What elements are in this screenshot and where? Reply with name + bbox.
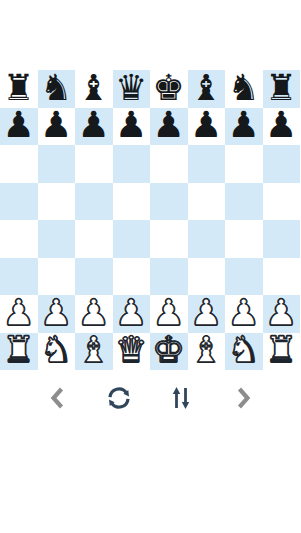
square-f6[interactable]: [188, 145, 226, 183]
piece-white-pawn[interactable]: ♟: [78, 295, 110, 331]
piece-white-knight[interactable]: ♞: [40, 332, 72, 368]
next-move-button[interactable]: [229, 383, 257, 413]
square-d8[interactable]: ♛: [113, 70, 151, 108]
square-b6[interactable]: [38, 145, 76, 183]
square-e8[interactable]: ♚: [150, 70, 188, 108]
square-h6[interactable]: [263, 145, 301, 183]
piece-black-bishop[interactable]: ♝: [190, 70, 222, 106]
square-d6[interactable]: [113, 145, 151, 183]
square-d7[interactable]: ♟: [113, 108, 151, 146]
piece-white-bishop[interactable]: ♝: [190, 332, 222, 368]
piece-black-king[interactable]: ♚: [153, 70, 185, 106]
square-e4[interactable]: [150, 220, 188, 258]
square-a6[interactable]: [0, 145, 38, 183]
piece-white-knight[interactable]: ♞: [228, 332, 260, 368]
piece-black-pawn[interactable]: ♟: [40, 107, 72, 143]
square-b3[interactable]: [38, 258, 76, 296]
square-d4[interactable]: [113, 220, 151, 258]
square-b5[interactable]: [38, 183, 76, 221]
piece-black-pawn[interactable]: ♟: [228, 107, 260, 143]
square-b7[interactable]: ♟: [38, 108, 76, 146]
square-h2[interactable]: ♟: [263, 295, 301, 333]
piece-white-pawn[interactable]: ♟: [115, 295, 147, 331]
square-h3[interactable]: [263, 258, 301, 296]
square-b8[interactable]: ♞: [38, 70, 76, 108]
square-c6[interactable]: [75, 145, 113, 183]
piece-black-queen[interactable]: ♛: [115, 70, 147, 106]
square-g7[interactable]: ♟: [225, 108, 263, 146]
square-h8[interactable]: ♜: [263, 70, 301, 108]
piece-white-pawn[interactable]: ♟: [3, 295, 35, 331]
square-f8[interactable]: ♝: [188, 70, 226, 108]
chevron-right-icon: [236, 386, 251, 410]
piece-black-knight[interactable]: ♞: [228, 70, 260, 106]
refresh-icon: [105, 384, 133, 412]
square-g1[interactable]: ♞: [225, 333, 263, 371]
piece-black-pawn[interactable]: ♟: [190, 107, 222, 143]
square-e6[interactable]: [150, 145, 188, 183]
piece-white-king[interactable]: ♚: [153, 332, 185, 368]
chevron-left-icon: [50, 386, 65, 410]
square-e1[interactable]: ♚: [150, 333, 188, 371]
square-c3[interactable]: [75, 258, 113, 296]
square-c4[interactable]: [75, 220, 113, 258]
piece-white-pawn[interactable]: ♟: [190, 295, 222, 331]
square-e3[interactable]: [150, 258, 188, 296]
piece-black-pawn[interactable]: ♟: [153, 107, 185, 143]
piece-white-bishop[interactable]: ♝: [78, 332, 110, 368]
square-g6[interactable]: [225, 145, 263, 183]
piece-black-rook[interactable]: ♜: [3, 70, 35, 106]
reset-board-button[interactable]: [105, 383, 133, 413]
square-d5[interactable]: [113, 183, 151, 221]
square-c8[interactable]: ♝: [75, 70, 113, 108]
square-f2[interactable]: ♟: [188, 295, 226, 333]
square-b4[interactable]: [38, 220, 76, 258]
square-g8[interactable]: ♞: [225, 70, 263, 108]
piece-black-pawn[interactable]: ♟: [78, 107, 110, 143]
square-a2[interactable]: ♟: [0, 295, 38, 333]
square-c2[interactable]: ♟: [75, 295, 113, 333]
chess-app-screen: ♜♞♝♛♚♝♞♜♟♟♟♟♟♟♟♟♟♟♟♟♟♟♟♟♜♞♝♛♚♝♞♜: [0, 0, 300, 533]
piece-white-pawn[interactable]: ♟: [40, 295, 72, 331]
square-d3[interactable]: [113, 258, 151, 296]
piece-black-bishop[interactable]: ♝: [78, 70, 110, 106]
square-g2[interactable]: ♟: [225, 295, 263, 333]
square-c5[interactable]: [75, 183, 113, 221]
square-f1[interactable]: ♝: [188, 333, 226, 371]
piece-black-pawn[interactable]: ♟: [265, 107, 297, 143]
piece-white-rook[interactable]: ♜: [3, 332, 35, 368]
board-controls: [0, 383, 300, 413]
square-h7[interactable]: ♟: [263, 108, 301, 146]
square-c7[interactable]: ♟: [75, 108, 113, 146]
square-a8[interactable]: ♜: [0, 70, 38, 108]
square-a4[interactable]: [0, 220, 38, 258]
square-e7[interactable]: ♟: [150, 108, 188, 146]
chess-board: ♜♞♝♛♚♝♞♜♟♟♟♟♟♟♟♟♟♟♟♟♟♟♟♟♜♞♝♛♚♝♞♜: [0, 70, 300, 370]
square-d2[interactable]: ♟: [113, 295, 151, 333]
square-a7[interactable]: ♟: [0, 108, 38, 146]
piece-white-queen[interactable]: ♛: [115, 332, 147, 368]
square-h5[interactable]: [263, 183, 301, 221]
square-h1[interactable]: ♜: [263, 333, 301, 371]
square-g5[interactable]: [225, 183, 263, 221]
square-e5[interactable]: [150, 183, 188, 221]
square-b1[interactable]: ♞: [38, 333, 76, 371]
previous-move-button[interactable]: [43, 383, 71, 413]
square-b2[interactable]: ♟: [38, 295, 76, 333]
square-f3[interactable]: [188, 258, 226, 296]
square-g4[interactable]: [225, 220, 263, 258]
square-f4[interactable]: [188, 220, 226, 258]
square-c1[interactable]: ♝: [75, 333, 113, 371]
square-d1[interactable]: ♛: [113, 333, 151, 371]
square-a1[interactable]: ♜: [0, 333, 38, 371]
piece-white-pawn[interactable]: ♟: [228, 295, 260, 331]
square-f5[interactable]: [188, 183, 226, 221]
piece-black-pawn[interactable]: ♟: [3, 107, 35, 143]
square-g3[interactable]: [225, 258, 263, 296]
arrows-up-down-icon: [167, 384, 195, 412]
piece-black-rook[interactable]: ♜: [265, 70, 297, 106]
piece-white-rook[interactable]: ♜: [265, 332, 297, 368]
piece-black-pawn[interactable]: ♟: [115, 107, 147, 143]
square-a3[interactable]: [0, 258, 38, 296]
square-e2[interactable]: ♟: [150, 295, 188, 333]
piece-white-pawn[interactable]: ♟: [153, 295, 185, 331]
piece-black-knight[interactable]: ♞: [40, 70, 72, 106]
flip-board-button[interactable]: [167, 383, 195, 413]
square-h4[interactable]: [263, 220, 301, 258]
piece-white-pawn[interactable]: ♟: [265, 295, 297, 331]
square-a5[interactable]: [0, 183, 38, 221]
square-f7[interactable]: ♟: [188, 108, 226, 146]
